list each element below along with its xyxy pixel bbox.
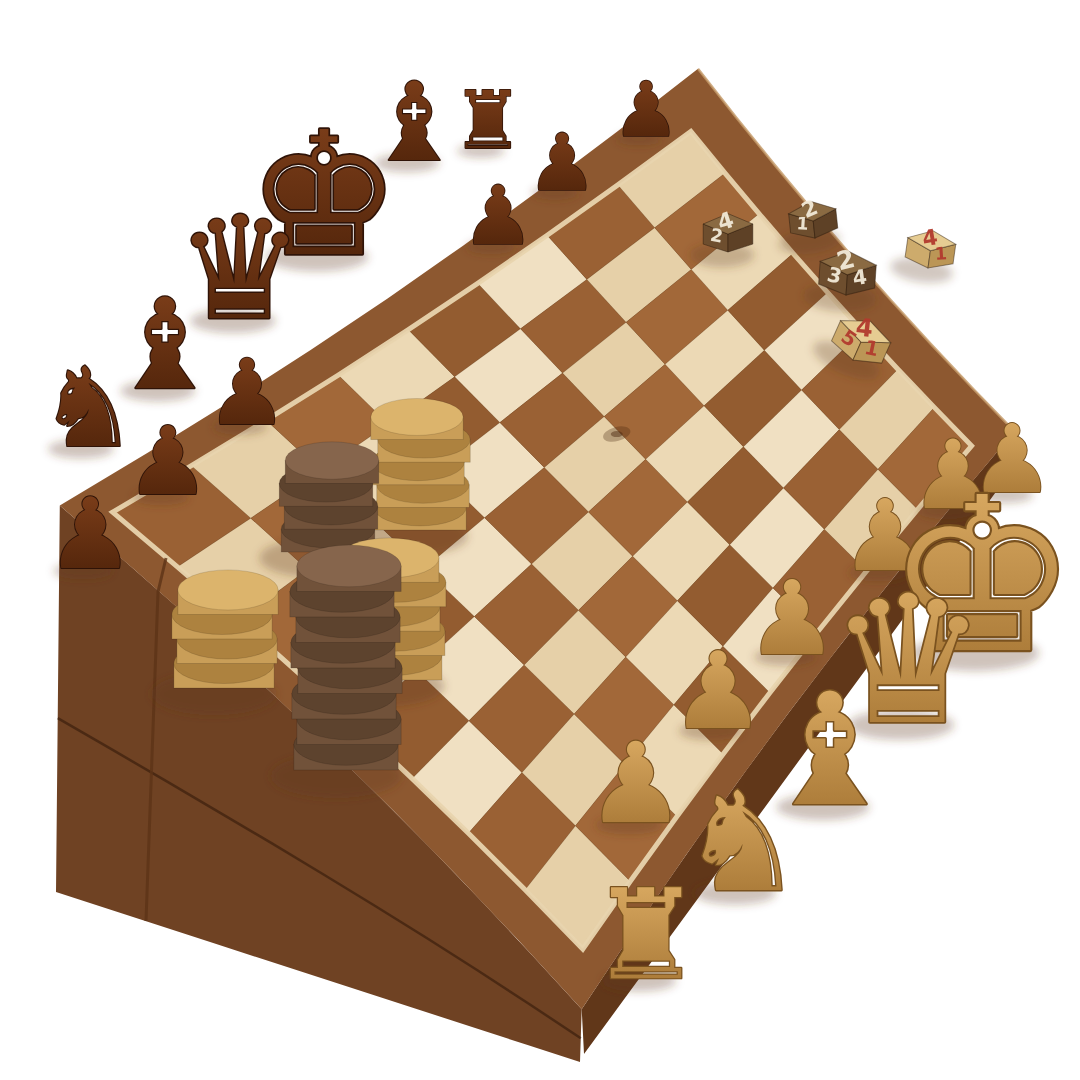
dark-pawn-2-glyph: ♟ — [46, 477, 134, 591]
checker-disc-top — [178, 570, 278, 610]
dark-pawn-3-glyph: ♟ — [206, 340, 288, 445]
dark-pawn-6-glyph: ♟ — [612, 65, 680, 154]
dark-pawn-5-glyph: ♟ — [527, 117, 598, 209]
checker-disc-top — [297, 545, 401, 587]
dark-pawn-4[interactable]: ♟ — [461, 168, 534, 263]
die-4[interactable]: 41 — [889, 219, 960, 287]
dark-rook-glyph: ♜ — [452, 74, 524, 167]
checker-disc-top — [371, 398, 463, 435]
die-numeral-right: 1 — [934, 243, 947, 264]
wood-knot-core — [611, 431, 623, 437]
dark-pawn-2[interactable]: ♟ — [46, 477, 134, 591]
dark-pawn-3[interactable]: ♟ — [206, 340, 288, 445]
product-photo-stage: ♟♜♝♟21♟42♚41234♛451♝♟♞♟♟♟♟♟♚♟♛♟♝♟♞♜ — [0, 0, 1080, 1080]
light-rook[interactable]: ♜ — [590, 862, 702, 1007]
dark-knight-glyph: ♞ — [39, 344, 138, 472]
dark-pawn-5[interactable]: ♟ — [527, 117, 598, 209]
dark-pawn-4-glyph: ♟ — [461, 168, 534, 263]
dark-pawn-1[interactable]: ♟ — [126, 406, 211, 516]
dark-pawn-6[interactable]: ♟ — [612, 65, 680, 154]
light-pawn-6-glyph: ♟ — [586, 719, 686, 848]
dark-knight[interactable]: ♞ — [39, 344, 138, 472]
light-pawn-6[interactable]: ♟ — [586, 719, 686, 848]
checker-disc-top — [285, 442, 379, 479]
light-rook-glyph: ♜ — [590, 862, 702, 1007]
dark-pawn-1-glyph: ♟ — [126, 406, 211, 516]
chess-box-photo: ♟♜♝♟21♟42♚41234♛451♝♟♞♟♟♟♟♟♚♟♛♟♝♟♞♜ — [0, 0, 1080, 1080]
dark-rook[interactable]: ♜ — [452, 74, 524, 167]
die-numeral-left: 1 — [796, 213, 809, 234]
